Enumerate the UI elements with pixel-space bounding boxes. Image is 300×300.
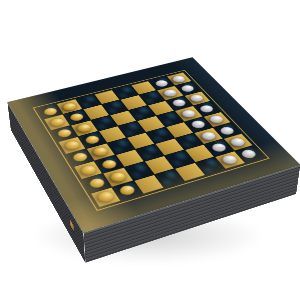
square-h1[interactable]: ♜ <box>91 187 121 207</box>
product-photo-scene: ♜♞♝♛♚♝♞♜♟♟♟♟♟♟♟♟♟♟♟♟♟♟♟♟♜♞♝♛♚♝♞♜ <box>0 0 300 300</box>
gold-pawn-glyph: ♟ <box>118 171 137 192</box>
silver-rook-glyph: ♜ <box>239 132 259 155</box>
chess-case: ♜♞♝♛♚♝♞♜♟♟♟♟♟♟♟♟♟♟♟♟♟♟♟♟♜♞♝♛♚♝♞♜ <box>7 57 300 233</box>
silver-pawn-glyph: ♟ <box>221 141 239 161</box>
gold-rook-glyph: ♜ <box>95 174 117 198</box>
square-b4[interactable] <box>102 100 128 115</box>
brass-clasp <box>70 219 74 233</box>
